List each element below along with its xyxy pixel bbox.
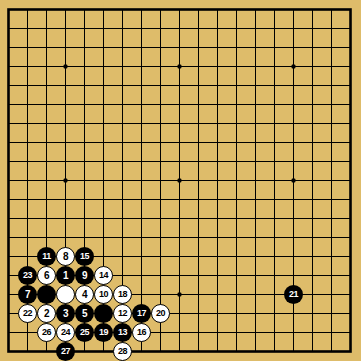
stone-move-number: 22 xyxy=(23,309,32,318)
stone-white-move-16[interactable]: 16 xyxy=(132,323,151,342)
stone-move-number: 11 xyxy=(42,252,51,261)
stone-move-number: 13 xyxy=(118,328,127,337)
stone-move-number: 20 xyxy=(156,309,165,318)
stone-move-number: 3 xyxy=(63,309,68,319)
stone-white-move-24[interactable]: 24 xyxy=(56,323,75,342)
stone-black-setup[interactable] xyxy=(94,304,113,323)
stone-move-number: 18 xyxy=(118,290,127,299)
stone-black-move-7[interactable]: 7 xyxy=(18,285,37,304)
go-board[interactable]: 1234567891011121314151617181920212223242… xyxy=(0,0,361,361)
stone-move-number: 28 xyxy=(118,347,127,356)
stone-white-move-20[interactable]: 20 xyxy=(151,304,170,323)
stone-white-move-18[interactable]: 18 xyxy=(113,285,132,304)
stone-black-move-5[interactable]: 5 xyxy=(75,304,94,323)
stone-move-number: 25 xyxy=(80,328,89,337)
stone-black-move-1[interactable]: 1 xyxy=(56,266,75,285)
stone-move-number: 14 xyxy=(99,271,108,280)
stone-move-number: 12 xyxy=(118,309,127,318)
stone-white-move-14[interactable]: 14 xyxy=(94,266,113,285)
stone-black-move-19[interactable]: 19 xyxy=(94,323,113,342)
stone-move-number: 19 xyxy=(99,328,108,337)
stone-black-move-9[interactable]: 9 xyxy=(75,266,94,285)
stone-white-move-8[interactable]: 8 xyxy=(56,247,75,266)
stone-move-number: 27 xyxy=(61,347,70,356)
stone-white-move-28[interactable]: 28 xyxy=(113,342,132,361)
stone-move-number: 10 xyxy=(99,290,108,299)
stone-move-number: 6 xyxy=(44,271,49,281)
stone-black-move-23[interactable]: 23 xyxy=(18,266,37,285)
stone-move-number: 2 xyxy=(44,309,49,319)
stone-black-move-3[interactable]: 3 xyxy=(56,304,75,323)
stone-black-move-17[interactable]: 17 xyxy=(132,304,151,323)
stone-move-number: 24 xyxy=(61,328,70,337)
stone-white-move-2[interactable]: 2 xyxy=(37,304,56,323)
stone-move-number: 15 xyxy=(80,252,89,261)
stone-move-number: 1 xyxy=(63,271,68,281)
stone-move-number: 17 xyxy=(137,309,146,318)
stone-move-number: 23 xyxy=(23,271,32,280)
stone-black-move-21[interactable]: 21 xyxy=(284,285,303,304)
stones-layer: 1234567891011121314151617181920212223242… xyxy=(0,0,360,361)
stone-move-number: 26 xyxy=(42,328,51,337)
stone-move-number: 5 xyxy=(82,309,87,319)
stone-white-move-22[interactable]: 22 xyxy=(18,304,37,323)
stone-white-setup[interactable] xyxy=(56,285,75,304)
stone-move-number: 8 xyxy=(63,252,68,262)
stone-move-number: 4 xyxy=(82,290,87,300)
stone-white-move-10[interactable]: 10 xyxy=(94,285,113,304)
stone-white-move-6[interactable]: 6 xyxy=(37,266,56,285)
stone-move-number: 21 xyxy=(289,290,298,299)
stone-move-number: 16 xyxy=(137,328,146,337)
stone-move-number: 7 xyxy=(25,290,30,300)
stone-black-move-11[interactable]: 11 xyxy=(37,247,56,266)
stone-black-setup[interactable] xyxy=(37,285,56,304)
stone-black-move-15[interactable]: 15 xyxy=(75,247,94,266)
stone-black-move-25[interactable]: 25 xyxy=(75,323,94,342)
stone-move-number: 9 xyxy=(82,271,87,281)
stone-black-move-13[interactable]: 13 xyxy=(113,323,132,342)
stone-white-move-12[interactable]: 12 xyxy=(113,304,132,323)
stone-white-move-26[interactable]: 26 xyxy=(37,323,56,342)
stone-black-move-27[interactable]: 27 xyxy=(56,342,75,361)
stone-white-move-4[interactable]: 4 xyxy=(75,285,94,304)
